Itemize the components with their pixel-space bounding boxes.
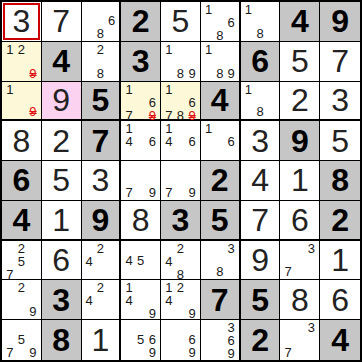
empty-mark-slot (27, 242, 39, 255)
empty-mark-slot (27, 43, 39, 56)
empty-mark-slot (186, 281, 198, 294)
cell-r7c4[interactable]: 45 (121, 241, 161, 281)
empty-mark-slot (147, 83, 159, 96)
solved-digit: 3 (331, 84, 349, 116)
empty-mark-slot (175, 174, 187, 186)
solved-digit: 4 (251, 164, 269, 196)
candidate-4: 4 (84, 255, 95, 268)
empty-mark-slot (175, 43, 187, 56)
empty-mark-slot (16, 305, 28, 318)
solved-digit: 5 (291, 45, 309, 77)
empty-mark-slot (203, 242, 214, 255)
cell-r2c7[interactable]: 6 (241, 42, 281, 82)
candidate-1: 1 (203, 43, 214, 56)
candidate-4: 4 (163, 255, 175, 268)
cell-r6c5[interactable]: 3 (161, 201, 201, 241)
empty-mark-slot (203, 148, 214, 159)
cell-r8c1[interactable]: 29 (2, 280, 42, 320)
cell-r4c9[interactable]: 5 (320, 121, 360, 161)
empty-mark-slot (147, 148, 159, 159)
cell-r2c5[interactable]: 189 (161, 42, 201, 82)
empty-mark-slot (123, 148, 135, 159)
empty-mark-slot (186, 83, 198, 96)
cell-r9c3[interactable]: 1 (82, 320, 122, 360)
candidate-2: 2 (95, 242, 106, 255)
empty-mark-slot (27, 268, 39, 281)
empty-mark-slot (163, 268, 175, 281)
empty-mark-slot (16, 346, 28, 359)
empty-mark-slot (163, 162, 175, 174)
cell-r4c2[interactable]: 2 (42, 121, 82, 161)
candidate-9: 9 (186, 346, 198, 359)
cell-r3c3[interactable]: 5 (82, 82, 122, 122)
pencil-marks: 18 (243, 3, 278, 40)
cell-r5c9[interactable]: 8 (320, 161, 360, 201)
cell-r6c2[interactable]: 1 (42, 201, 82, 241)
empty-mark-slot (203, 67, 214, 80)
candidate-9: 9 (27, 305, 39, 318)
cell-r2c3[interactable]: 28 (82, 42, 122, 82)
cell-r6c3[interactable]: 9 (82, 201, 122, 241)
given-digit: 2 (132, 5, 150, 37)
candidate-2: 2 (175, 242, 187, 255)
empty-mark-slot (214, 122, 225, 135)
pencil-marks: 28 (84, 43, 118, 80)
cell-r1c6[interactable]: 168 (201, 2, 241, 42)
empty-mark-slot (95, 294, 106, 307)
pencil-marks: 579 (4, 321, 39, 359)
given-digit: 9 (291, 125, 309, 157)
empty-mark-slot (27, 255, 39, 268)
cell-r1c3[interactable]: 68 (82, 2, 122, 42)
cell-r9c5[interactable]: 69 (161, 320, 201, 360)
cell-r5c2[interactable]: 5 (42, 161, 82, 201)
candidate-5: 5 (135, 333, 147, 346)
empty-mark-slot (225, 255, 236, 266)
candidate-9: 9 (147, 346, 159, 359)
solved-digit: 8 (291, 284, 309, 316)
cell-r7c7[interactable]: 9 (241, 241, 281, 281)
empty-mark-slot (214, 56, 225, 67)
given-digit: 9 (331, 5, 349, 37)
empty-mark-slot (282, 321, 294, 334)
empty-mark-slot (203, 347, 214, 360)
empty-mark-slot (214, 242, 225, 255)
cell-r7c9[interactable]: 1 (320, 241, 360, 281)
empty-mark-slot (186, 242, 198, 255)
pencil-marks: 68 (84, 3, 118, 40)
empty-mark-slot (135, 109, 147, 122)
cell-r3c9[interactable]: 3 (320, 82, 360, 122)
empty-mark-slot (225, 43, 236, 56)
cell-r3c1[interactable]: 19 (2, 82, 42, 122)
empty-mark-slot (214, 43, 225, 56)
eliminated-candidate-9: 9 (27, 105, 39, 118)
empty-mark-slot (266, 105, 278, 118)
cell-r2c6[interactable]: 189 (201, 42, 241, 82)
cell-r8c4[interactable]: 149 (121, 280, 161, 320)
candidate-9: 9 (186, 67, 198, 80)
pencil-marks: 189 (163, 43, 198, 80)
candidate-3: 3 (306, 242, 318, 255)
empty-mark-slot (123, 162, 135, 174)
empty-mark-slot (175, 122, 187, 135)
empty-mark-slot (243, 27, 255, 40)
candidate-1: 1 (163, 43, 175, 56)
solved-digit: 2 (52, 125, 70, 157)
empty-mark-slot (95, 268, 106, 279)
cell-r5c6[interactable]: 2 (201, 161, 241, 201)
empty-mark-slot (294, 255, 306, 266)
cell-r8c8[interactable]: 8 (280, 280, 320, 320)
solved-digit: 6 (331, 284, 349, 316)
given-digit: 5 (251, 284, 269, 316)
candidate-4: 4 (123, 294, 135, 307)
candidate-9: 9 (147, 307, 159, 320)
candidate-2: 2 (175, 281, 187, 294)
empty-mark-slot (16, 67, 28, 80)
empty-mark-slot (95, 307, 106, 318)
empty-mark-slot (175, 346, 187, 359)
empty-mark-slot (16, 268, 28, 281)
cell-r2c9[interactable]: 7 (320, 42, 360, 82)
candidate-1: 1 (4, 83, 16, 96)
pencil-marks: 37 (282, 242, 317, 279)
empty-mark-slot (186, 255, 198, 268)
empty-mark-slot (214, 347, 225, 360)
empty-mark-slot (16, 294, 28, 305)
cell-r6c7[interactable]: 7 (241, 201, 281, 241)
candidate-1: 1 (203, 122, 214, 135)
candidate-8: 8 (95, 67, 106, 80)
solved-digit: 7 (52, 5, 70, 37)
candidate-7: 7 (4, 268, 16, 281)
empty-mark-slot (175, 186, 187, 199)
empty-mark-slot (163, 148, 175, 159)
candidate-1: 1 (203, 3, 214, 16)
empty-mark-slot (186, 268, 198, 281)
cell-r8c5[interactable]: 1249 (161, 280, 201, 320)
cell-r4c6[interactable]: 16 (201, 121, 241, 161)
solved-digit: 5 (172, 5, 190, 37)
cell-r5c5[interactable]: 79 (161, 161, 201, 201)
solved-digit: 3 (92, 164, 110, 196)
cell-r6c1[interactable]: 4 (2, 201, 42, 241)
candidate-6: 6 (106, 14, 117, 27)
cell-r5c3[interactable]: 3 (82, 161, 122, 201)
candidate-7: 7 (282, 265, 294, 278)
empty-mark-slot (175, 321, 187, 333)
cell-r4c5[interactable]: 146 (161, 121, 201, 161)
empty-mark-slot (175, 135, 187, 148)
empty-mark-slot (186, 162, 198, 174)
empty-mark-slot (254, 3, 266, 16)
candidate-6: 6 (225, 135, 236, 148)
empty-mark-slot (306, 346, 318, 359)
empty-mark-slot (16, 105, 28, 118)
empty-mark-slot (175, 96, 187, 109)
cell-r4c4[interactable]: 146 (121, 121, 161, 161)
empty-mark-slot (106, 43, 117, 56)
empty-mark-slot (175, 255, 187, 268)
empty-mark-slot (123, 333, 135, 346)
given-digit: 5 (92, 84, 110, 116)
empty-mark-slot (27, 56, 39, 67)
cell-r5c8[interactable]: 1 (280, 161, 320, 201)
candidate-8: 8 (214, 67, 225, 80)
given-digit: 3 (132, 45, 150, 77)
given-digit: 7 (92, 125, 110, 157)
cell-r3c8[interactable]: 2 (280, 82, 320, 122)
empty-mark-slot (214, 135, 225, 148)
cell-r3c4[interactable]: 1679 (121, 82, 161, 122)
candidate-7: 7 (123, 109, 135, 122)
pencil-marks: 45 (123, 242, 158, 279)
candidate-9: 9 (186, 307, 198, 320)
candidate-9: 9 (225, 67, 236, 80)
cell-r3c2[interactable]: 9 (42, 82, 82, 122)
given-digit: 2 (251, 324, 269, 356)
given-digit: 8 (52, 324, 70, 356)
cell-r7c1[interactable]: 257 (2, 241, 42, 281)
pencil-marks: 1679 (123, 83, 158, 119)
empty-mark-slot (4, 305, 16, 318)
empty-mark-slot (266, 83, 278, 96)
pencil-marks: 146 (123, 122, 158, 159)
empty-mark-slot (175, 162, 187, 174)
pencil-marks: 29 (4, 281, 39, 318)
cell-r3c6[interactable]: 4 (201, 82, 241, 122)
cell-r2c1[interactable]: 129 (2, 42, 42, 82)
given-digit: 6 (12, 164, 30, 196)
cell-r8c3[interactable]: 24 (82, 280, 122, 320)
cell-r8c2[interactable]: 3 (42, 280, 82, 320)
empty-mark-slot (203, 16, 214, 29)
pencil-marks: 189 (203, 43, 237, 80)
cell-r2c4[interactable]: 3 (121, 42, 161, 82)
given-digit: 3 (52, 284, 70, 316)
pencil-marks: 569 (123, 321, 158, 359)
empty-mark-slot (203, 265, 214, 278)
given-digit: 7 (211, 284, 229, 316)
empty-mark-slot (225, 265, 236, 278)
pencil-marks: 369 (203, 321, 237, 359)
cell-r9c8[interactable]: 37 (280, 320, 320, 360)
empty-mark-slot (214, 3, 225, 16)
cell-r9c2[interactable]: 8 (42, 320, 82, 360)
empty-mark-slot (225, 148, 236, 159)
cell-r6c8[interactable]: 6 (280, 201, 320, 241)
empty-mark-slot (175, 83, 187, 96)
solved-digit: 3 (12, 5, 30, 37)
cell-r8c7[interactable]: 5 (241, 280, 281, 320)
pencil-marks: 168 (203, 3, 237, 40)
given-digit: 4 (331, 324, 349, 356)
empty-mark-slot (135, 96, 147, 109)
cell-r4c3[interactable]: 7 (82, 121, 122, 161)
empty-mark-slot (106, 56, 117, 67)
cell-r1c4[interactable]: 2 (121, 2, 161, 42)
cell-r1c8[interactable]: 4 (280, 2, 320, 42)
empty-mark-slot (175, 333, 187, 346)
empty-mark-slot (306, 334, 318, 346)
cell-r6c4[interactable]: 8 (121, 201, 161, 241)
empty-mark-slot (135, 294, 147, 307)
pencil-marks: 146 (163, 122, 198, 159)
empty-mark-slot (203, 56, 214, 67)
empty-mark-slot (106, 255, 117, 268)
empty-mark-slot (123, 307, 135, 320)
solved-digit: 2 (291, 84, 309, 116)
solved-digit: 1 (92, 324, 110, 356)
cell-r7c6[interactable]: 38 (201, 241, 241, 281)
cell-r8c9[interactable]: 6 (320, 280, 360, 320)
empty-mark-slot (123, 242, 135, 254)
empty-mark-slot (27, 83, 39, 96)
candidate-3: 3 (225, 242, 236, 255)
empty-mark-slot (186, 56, 198, 67)
cell-r1c7[interactable]: 18 (241, 2, 281, 42)
empty-mark-slot (147, 254, 159, 267)
empty-mark-slot (203, 321, 214, 334)
empty-mark-slot (123, 96, 135, 109)
cell-r5c7[interactable]: 4 (241, 161, 281, 201)
solved-digit: 9 (251, 244, 269, 276)
empty-mark-slot (186, 148, 198, 159)
cell-r7c3[interactable]: 24 (82, 241, 122, 281)
cell-r2c8[interactable]: 5 (280, 42, 320, 82)
empty-mark-slot (95, 56, 106, 67)
candidate-9: 9 (27, 346, 39, 359)
empty-mark-slot (266, 96, 278, 106)
cell-r6c9[interactable]: 2 (320, 201, 360, 241)
pencil-marks: 69 (163, 321, 198, 359)
cell-r9c6[interactable]: 369 (201, 320, 241, 360)
pencil-marks: 79 (123, 162, 158, 199)
empty-mark-slot (84, 27, 95, 40)
candidate-1: 1 (243, 83, 255, 96)
cell-r9c4[interactable]: 569 (121, 320, 161, 360)
empty-mark-slot (186, 43, 198, 56)
cell-r1c9[interactable]: 9 (320, 2, 360, 42)
empty-mark-slot (203, 29, 214, 42)
candidate-1: 1 (243, 3, 255, 16)
cell-r4c8[interactable]: 9 (280, 121, 320, 161)
empty-mark-slot (147, 281, 159, 294)
cell-r4c7[interactable]: 3 (241, 121, 281, 161)
empty-mark-slot (135, 242, 147, 254)
candidate-2: 2 (16, 43, 28, 56)
empty-mark-slot (175, 294, 187, 307)
given-digit: 5 (211, 204, 229, 236)
empty-mark-slot (84, 242, 95, 255)
candidate-9: 9 (186, 186, 198, 199)
empty-mark-slot (106, 67, 117, 80)
cell-r5c4[interactable]: 79 (121, 161, 161, 201)
empty-mark-slot (84, 3, 95, 14)
empty-mark-slot (294, 346, 306, 359)
empty-mark-slot (225, 29, 236, 42)
empty-mark-slot (163, 333, 175, 346)
candidate-7: 7 (163, 186, 175, 199)
empty-mark-slot (163, 346, 175, 359)
empty-mark-slot (84, 67, 95, 80)
eliminated-candidate-9: 9 (147, 109, 159, 122)
cell-r1c2[interactable]: 7 (42, 2, 82, 42)
given-digit: 3 (172, 204, 190, 236)
empty-mark-slot (135, 174, 147, 186)
candidate-8: 8 (95, 27, 106, 40)
given-digit: 8 (331, 164, 349, 196)
empty-mark-slot (106, 242, 117, 255)
empty-mark-slot (16, 96, 28, 106)
empty-mark-slot (123, 346, 135, 359)
solved-digit: 6 (52, 244, 70, 276)
empty-mark-slot (294, 334, 306, 346)
candidate-3: 3 (306, 321, 318, 334)
cell-r9c1[interactable]: 579 (2, 320, 42, 360)
cell-r3c5[interactable]: 16789 (161, 82, 201, 122)
empty-mark-slot (27, 321, 39, 333)
cell-r7c5[interactable]: 248 (161, 241, 201, 281)
empty-mark-slot (4, 56, 16, 67)
empty-mark-slot (163, 307, 175, 320)
empty-mark-slot (84, 268, 95, 279)
empty-mark-slot (4, 321, 16, 333)
empty-mark-slot (203, 135, 214, 148)
candidate-7: 7 (282, 346, 294, 359)
empty-mark-slot (135, 148, 147, 159)
cell-r9c7[interactable]: 2 (241, 320, 281, 360)
solved-digit: 5 (331, 125, 349, 157)
solved-digit: 6 (291, 204, 309, 236)
cell-r1c1[interactable]: 3 (2, 2, 42, 42)
pencil-marks: 1249 (163, 281, 198, 318)
empty-mark-slot (282, 242, 294, 255)
pencil-marks: 24 (84, 281, 118, 318)
solved-digit: 1 (291, 164, 309, 196)
cell-r9c9[interactable]: 4 (320, 320, 360, 360)
empty-mark-slot (106, 281, 117, 294)
cell-r7c2[interactable]: 6 (42, 241, 82, 281)
cell-r6c6[interactable]: 5 (201, 201, 241, 241)
empty-mark-slot (203, 255, 214, 266)
given-digit: 4 (211, 84, 229, 116)
sudoku-board: 3768251681849129428318918965719951679167… (0, 0, 362, 362)
cell-r1c5[interactable]: 5 (161, 2, 201, 42)
empty-mark-slot (243, 96, 255, 106)
cell-r7c8[interactable]: 37 (280, 241, 320, 281)
candidate-5: 5 (16, 255, 28, 268)
candidate-7: 7 (163, 109, 175, 122)
cell-r5c1[interactable]: 6 (2, 161, 42, 201)
empty-mark-slot (163, 56, 175, 67)
candidate-4: 4 (123, 135, 135, 148)
cell-r2c2[interactable]: 4 (42, 42, 82, 82)
candidate-8: 8 (254, 105, 266, 118)
cell-r3c7[interactable]: 18 (241, 82, 281, 122)
empty-mark-slot (135, 267, 147, 279)
candidate-7: 7 (4, 346, 16, 359)
candidate-9: 9 (147, 186, 159, 199)
candidate-2: 2 (95, 281, 106, 294)
cell-r4c1[interactable]: 8 (2, 121, 42, 161)
cell-r8c6[interactable]: 7 (201, 280, 241, 320)
empty-mark-slot (135, 307, 147, 320)
empty-mark-slot (16, 83, 28, 96)
solved-digit: 9 (52, 84, 70, 116)
candidate-1: 1 (4, 43, 16, 56)
